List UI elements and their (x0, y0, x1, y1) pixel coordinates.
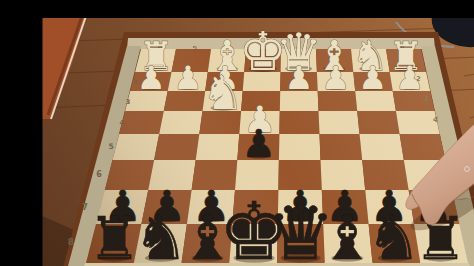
piece-white-pawn-b2: ♟ (358, 59, 387, 97)
piece-white-pawn-d2: ♟ (284, 59, 313, 97)
label-left-rank-3: 3 (126, 98, 131, 106)
piece-white-pawn-g2: ♟ (174, 59, 203, 97)
piece-white-king-e1: ♚ (239, 21, 287, 83)
piece-black-rook-h8: ♜ (88, 204, 141, 266)
piece-white-pawn-h2: ♟ (137, 59, 166, 97)
label-left-rank-5: 5 (108, 142, 113, 151)
label-left-rank-4: 4 (120, 119, 125, 127)
piece-white-knight-f3: ♞ (202, 65, 244, 120)
piece-white-pawn-a2: ♟ (395, 59, 424, 97)
piece-black-knight-g8: ♞ (133, 202, 188, 266)
label-left-rank-8: 8 (68, 237, 74, 247)
piece-white-pawn-c2: ♟ (321, 59, 350, 97)
video-frame: chess (40, 16, 474, 266)
piece-black-pawn-e5: ♟ (241, 121, 276, 166)
label-left-rank-6: 6 (96, 170, 102, 179)
label-far-file-g: G (193, 45, 197, 51)
chess-scene: HGFEDCBA23456781234HGFEDCBA ♜♞♝♛♚♝♜♟♟♟♟♟… (40, 16, 474, 266)
